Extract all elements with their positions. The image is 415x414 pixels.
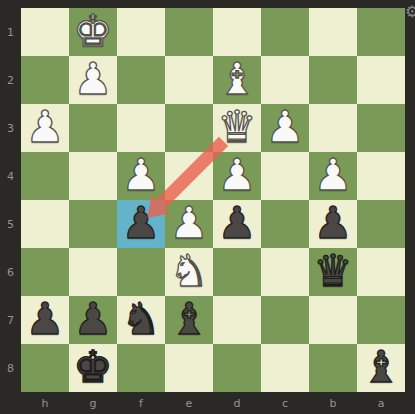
file-label-f: f [117, 392, 165, 414]
square-a8[interactable]: ♝ [357, 344, 405, 392]
settings-gear-icon[interactable]: ⚙ [405, 4, 415, 20]
square-h8[interactable] [21, 344, 69, 392]
file-label-c: c [261, 392, 309, 414]
file-label-a: a [357, 392, 405, 414]
rank-labels: 12345678 [0, 8, 21, 392]
chess-puzzle-view: 12345678 ♚♟♝♟♛♟♟♟♟♟♟♟♟♞♛♟♟♞♝♚♝ hgfedcba … [0, 0, 415, 414]
square-h6[interactable] [21, 248, 69, 296]
square-a4[interactable] [357, 152, 405, 200]
piece-black-bishop[interactable]: ♝ [361, 345, 400, 389]
file-label-b: b [309, 392, 357, 414]
piece-white-pawn[interactable]: ♟ [73, 57, 112, 101]
piece-white-pawn[interactable]: ♟ [313, 153, 352, 197]
square-h2[interactable] [21, 56, 69, 104]
rank-label-6: 6 [0, 248, 21, 296]
piece-white-king[interactable]: ♚ [73, 9, 112, 53]
square-g4[interactable] [69, 152, 117, 200]
square-e5[interactable]: ♟ [165, 200, 213, 248]
square-g8[interactable]: ♚ [69, 344, 117, 392]
square-b6[interactable]: ♛ [309, 248, 357, 296]
piece-white-bishop[interactable]: ♝ [217, 57, 256, 101]
rank-label-7: 7 [0, 296, 21, 344]
square-a2[interactable] [357, 56, 405, 104]
square-b1[interactable] [309, 8, 357, 56]
square-d5[interactable]: ♟ [213, 200, 261, 248]
square-f1[interactable] [117, 8, 165, 56]
piece-white-pawn[interactable]: ♟ [265, 105, 304, 149]
piece-white-queen[interactable]: ♛ [217, 105, 256, 149]
piece-white-pawn[interactable]: ♟ [25, 105, 64, 149]
piece-black-queen[interactable]: ♛ [313, 249, 352, 293]
square-h3[interactable]: ♟ [21, 104, 69, 152]
square-c8[interactable] [261, 344, 309, 392]
square-c5[interactable] [261, 200, 309, 248]
piece-white-pawn[interactable]: ♟ [217, 153, 256, 197]
square-f3[interactable] [117, 104, 165, 152]
square-b5[interactable]: ♟ [309, 200, 357, 248]
square-d3[interactable]: ♛ [213, 104, 261, 152]
square-e8[interactable] [165, 344, 213, 392]
square-c3[interactable]: ♟ [261, 104, 309, 152]
square-g1[interactable]: ♚ [69, 8, 117, 56]
square-c4[interactable] [261, 152, 309, 200]
square-g2[interactable]: ♟ [69, 56, 117, 104]
piece-black-pawn[interactable]: ♟ [121, 201, 160, 245]
square-c6[interactable] [261, 248, 309, 296]
square-h4[interactable] [21, 152, 69, 200]
square-c7[interactable] [261, 296, 309, 344]
square-a3[interactable] [357, 104, 405, 152]
piece-black-knight[interactable]: ♞ [121, 297, 160, 341]
piece-black-pawn[interactable]: ♟ [73, 297, 112, 341]
piece-white-pawn[interactable]: ♟ [121, 153, 160, 197]
square-f2[interactable] [117, 56, 165, 104]
square-d6[interactable] [213, 248, 261, 296]
rank-label-4: 4 [0, 152, 21, 200]
square-g6[interactable] [69, 248, 117, 296]
square-f6[interactable] [117, 248, 165, 296]
square-d8[interactable] [213, 344, 261, 392]
square-h5[interactable] [21, 200, 69, 248]
rank-label-2: 2 [0, 56, 21, 104]
piece-white-knight[interactable]: ♞ [169, 249, 208, 293]
square-e2[interactable] [165, 56, 213, 104]
square-a7[interactable] [357, 296, 405, 344]
square-f4[interactable]: ♟ [117, 152, 165, 200]
square-b7[interactable] [309, 296, 357, 344]
square-f8[interactable] [117, 344, 165, 392]
square-e7[interactable]: ♝ [165, 296, 213, 344]
file-label-d: d [213, 392, 261, 414]
square-h1[interactable] [21, 8, 69, 56]
square-g3[interactable] [69, 104, 117, 152]
square-g5[interactable] [69, 200, 117, 248]
piece-black-bishop[interactable]: ♝ [169, 297, 208, 341]
square-e3[interactable] [165, 104, 213, 152]
square-e1[interactable] [165, 8, 213, 56]
rank-label-5: 5 [0, 200, 21, 248]
square-h7[interactable]: ♟ [21, 296, 69, 344]
square-a5[interactable] [357, 200, 405, 248]
square-b8[interactable] [309, 344, 357, 392]
square-b4[interactable]: ♟ [309, 152, 357, 200]
rank-label-3: 3 [0, 104, 21, 152]
square-b3[interactable] [309, 104, 357, 152]
square-d7[interactable] [213, 296, 261, 344]
square-c1[interactable] [261, 8, 309, 56]
square-f7[interactable]: ♞ [117, 296, 165, 344]
chess-board[interactable]: ♚♟♝♟♛♟♟♟♟♟♟♟♟♞♛♟♟♞♝♚♝ [21, 8, 405, 392]
square-a6[interactable] [357, 248, 405, 296]
square-f5[interactable]: ♟ [117, 200, 165, 248]
piece-black-pawn[interactable]: ♟ [25, 297, 64, 341]
file-label-e: e [165, 392, 213, 414]
square-d2[interactable]: ♝ [213, 56, 261, 104]
square-d1[interactable] [213, 8, 261, 56]
piece-black-pawn[interactable]: ♟ [217, 201, 256, 245]
piece-black-king[interactable]: ♚ [73, 345, 112, 389]
square-d4[interactable]: ♟ [213, 152, 261, 200]
file-labels: hgfedcba [21, 392, 405, 414]
rank-label-8: 8 [0, 344, 21, 392]
square-e6[interactable]: ♞ [165, 248, 213, 296]
file-label-g: g [69, 392, 117, 414]
piece-white-pawn[interactable]: ♟ [169, 201, 208, 245]
square-a1[interactable] [357, 8, 405, 56]
piece-black-pawn[interactable]: ♟ [313, 201, 352, 245]
square-c2[interactable] [261, 56, 309, 104]
square-g7[interactable]: ♟ [69, 296, 117, 344]
rank-label-1: 1 [0, 8, 21, 56]
square-b2[interactable] [309, 56, 357, 104]
file-label-h: h [21, 392, 69, 414]
square-e4[interactable] [165, 152, 213, 200]
